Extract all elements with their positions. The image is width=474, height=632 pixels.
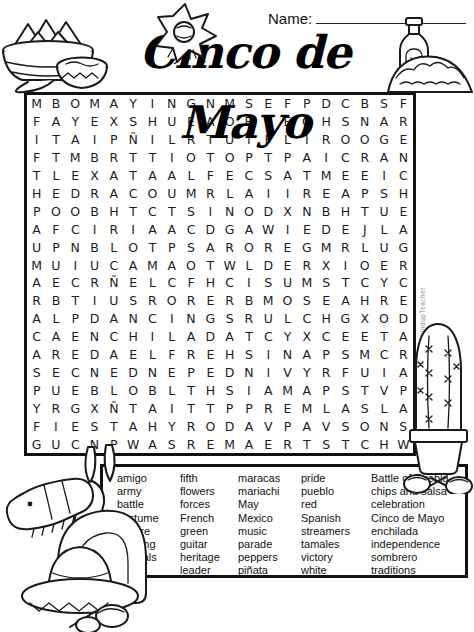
grid-cell[interactable]: E [355, 167, 374, 185]
grid-cell[interactable]: E [66, 167, 85, 185]
grid-cell[interactable]: N [143, 363, 162, 381]
grid-cell[interactable]: E [123, 346, 142, 364]
grid-cell[interactable]: T [374, 328, 393, 346]
grid-cell[interactable]: E [66, 381, 85, 399]
grid-cell[interactable]: P [316, 381, 335, 399]
grid-cell[interactable]: I [27, 131, 46, 149]
grid-cell[interactable]: O [162, 292, 181, 310]
grid-cell[interactable]: R [239, 310, 258, 328]
grid-cell[interactable]: Y [374, 274, 393, 292]
grid-cell[interactable]: E [374, 256, 393, 274]
grid-cell[interactable]: U [104, 292, 123, 310]
grid-cell[interactable]: P [316, 346, 335, 364]
grid-cell[interactable]: X [85, 399, 104, 417]
grid-cell[interactable]: C [27, 328, 46, 346]
grid-cell[interactable]: D [220, 417, 239, 435]
grid-cell[interactable]: A [27, 220, 46, 238]
grid-cell[interactable]: M [27, 256, 46, 274]
grid-cell[interactable]: I [278, 184, 297, 202]
grid-cell[interactable]: E [66, 328, 85, 346]
grid-cell[interactable]: P [220, 399, 239, 417]
grid-cell[interactable]: U [46, 381, 65, 399]
grid-cell[interactable]: M [316, 238, 335, 256]
grid-cell[interactable]: E [46, 274, 65, 292]
grid-cell[interactable]: E [104, 363, 123, 381]
grid-cell[interactable]: T [201, 256, 220, 274]
grid-cell[interactable]: B [239, 292, 258, 310]
grid-cell[interactable]: Ñ [104, 399, 123, 417]
grid-cell[interactable]: M [181, 184, 200, 202]
grid-cell[interactable]: C [355, 274, 374, 292]
grid-cell[interactable]: L [374, 399, 393, 417]
grid-cell[interactable]: A [336, 184, 355, 202]
grid-cell[interactable]: I [259, 184, 278, 202]
grid-cell[interactable]: I [239, 381, 258, 399]
grid-cell[interactable]: G [66, 399, 85, 417]
grid-cell[interactable]: V [259, 417, 278, 435]
grid-cell[interactable]: O [355, 417, 374, 435]
grid-cell[interactable]: C [143, 310, 162, 328]
grid-cell[interactable]: D [85, 346, 104, 364]
grid-cell[interactable]: E [162, 363, 181, 381]
grid-cell[interactable]: S [316, 274, 335, 292]
grid-cell[interactable]: I [374, 363, 393, 381]
grid-cell[interactable]: P [239, 399, 258, 417]
grid-cell[interactable]: R [85, 274, 104, 292]
grid-cell[interactable]: A [220, 328, 239, 346]
grid-cell[interactable]: A [104, 346, 123, 364]
grid-cell[interactable]: I [123, 220, 142, 238]
grid-cell[interactable]: A [259, 381, 278, 399]
grid-cell[interactable]: E [394, 202, 413, 220]
grid-cell[interactable]: I [259, 346, 278, 364]
grid-cell[interactable]: I [239, 274, 258, 292]
grid-cell[interactable]: S [316, 435, 335, 453]
grid-cell[interactable]: L [143, 274, 162, 292]
grid-cell[interactable]: A [297, 346, 316, 364]
grid-cell[interactable]: A [297, 381, 316, 399]
grid-cell[interactable]: T [27, 167, 46, 185]
grid-cell[interactable]: I [162, 399, 181, 417]
grid-cell[interactable]: H [374, 435, 393, 453]
grid-cell[interactable]: F [27, 417, 46, 435]
grid-cell[interactable]: A [123, 417, 142, 435]
grid-cell[interactable]: R [297, 256, 316, 274]
grid-cell[interactable]: S [355, 399, 374, 417]
grid-cell[interactable]: P [27, 381, 46, 399]
grid-cell[interactable]: L [316, 399, 335, 417]
grid-cell[interactable]: C [66, 220, 85, 238]
grid-cell[interactable]: G [336, 310, 355, 328]
grid-cell[interactable]: P [355, 184, 374, 202]
grid-cell[interactable]: R [336, 238, 355, 256]
grid-cell[interactable]: E [201, 346, 220, 364]
grid-cell[interactable]: M [297, 399, 316, 417]
grid-cell[interactable]: D [201, 328, 220, 346]
grid-cell[interactable]: O [66, 202, 85, 220]
grid-cell[interactable]: L [278, 310, 297, 328]
grid-cell[interactable]: F [336, 363, 355, 381]
grid-cell[interactable]: O [46, 202, 65, 220]
grid-cell[interactable]: X [297, 328, 316, 346]
grid-cell[interactable]: G [394, 238, 413, 256]
grid-cell[interactable]: T [46, 149, 65, 167]
grid-cell[interactable]: I [278, 220, 297, 238]
grid-cell[interactable]: T [104, 417, 123, 435]
grid-cell[interactable]: H [143, 417, 162, 435]
grid-cell[interactable]: S [181, 238, 200, 256]
grid-cell[interactable]: F [181, 274, 200, 292]
grid-cell[interactable]: T [162, 202, 181, 220]
grid-cell[interactable]: S [259, 167, 278, 185]
grid-cell[interactable]: B [143, 381, 162, 399]
grid-cell[interactable]: X [278, 202, 297, 220]
grid-cell[interactable]: M [220, 435, 239, 453]
grid-cell[interactable]: A [27, 310, 46, 328]
grid-cell[interactable]: R [220, 292, 239, 310]
grid-cell[interactable]: B [85, 381, 104, 399]
grid-cell[interactable]: R [27, 292, 46, 310]
grid-cell[interactable]: Y [66, 113, 85, 131]
grid-cell[interactable]: R [297, 184, 316, 202]
grid-cell[interactable]: D [316, 220, 335, 238]
grid-cell[interactable]: T [297, 435, 316, 453]
grid-cell[interactable]: H [201, 274, 220, 292]
grid-cell[interactable]: C [239, 167, 258, 185]
grid-cell[interactable]: R [181, 346, 200, 364]
grid-cell[interactable]: A [46, 113, 65, 131]
grid-cell[interactable]: H [394, 184, 413, 202]
grid-cell[interactable]: A [162, 256, 181, 274]
grid-cell[interactable]: H [104, 202, 123, 220]
grid-cell[interactable]: O [66, 95, 85, 113]
grid-cell[interactable]: A [143, 399, 162, 417]
grid-cell[interactable]: L [162, 328, 181, 346]
grid-cell[interactable]: E [297, 220, 316, 238]
grid-cell[interactable]: T [239, 328, 258, 346]
grid-cell[interactable]: B [85, 238, 104, 256]
grid-cell[interactable]: T [123, 167, 142, 185]
grid-cell[interactable]: T [355, 381, 374, 399]
grid-cell[interactable]: H [355, 292, 374, 310]
grid-cell[interactable]: B [85, 202, 104, 220]
grid-cell[interactable]: R [201, 184, 220, 202]
grid-cell[interactable]: U [85, 256, 104, 274]
grid-cell[interactable]: F [201, 167, 220, 185]
grid-cell[interactable]: T [181, 381, 200, 399]
grid-cell[interactable]: P [46, 238, 65, 256]
grid-cell[interactable]: M [259, 292, 278, 310]
grid-cell[interactable]: N [297, 202, 316, 220]
grid-cell[interactable]: P [27, 202, 46, 220]
grid-cell[interactable]: C [104, 256, 123, 274]
grid-cell[interactable]: T [201, 399, 220, 417]
grid-cell[interactable]: E [278, 256, 297, 274]
grid-cell[interactable]: V [316, 417, 335, 435]
grid-cell[interactable]: O [143, 184, 162, 202]
grid-cell[interactable]: P [278, 417, 297, 435]
grid-cell[interactable]: E [259, 435, 278, 453]
grid-cell[interactable]: R [278, 435, 297, 453]
grid-cell[interactable]: S [181, 202, 200, 220]
grid-cell[interactable]: I [336, 256, 355, 274]
grid-cell[interactable]: E [336, 328, 355, 346]
grid-cell[interactable]: N [374, 417, 393, 435]
grid-cell[interactable]: H [220, 346, 239, 364]
grid-cell[interactable]: E [201, 435, 220, 453]
grid-cell[interactable]: P [181, 363, 200, 381]
grid-cell[interactable]: E [46, 363, 65, 381]
grid-cell[interactable]: N [220, 202, 239, 220]
grid-cell[interactable]: A [46, 328, 65, 346]
grid-cell[interactable]: A [239, 184, 258, 202]
grid-cell[interactable]: R [316, 363, 335, 381]
grid-cell[interactable]: J [355, 220, 374, 238]
grid-cell[interactable]: T [66, 292, 85, 310]
grid-cell[interactable]: S [336, 417, 355, 435]
grid-cell[interactable]: P [66, 310, 85, 328]
grid-cell[interactable]: U [162, 184, 181, 202]
grid-cell[interactable]: X [355, 310, 374, 328]
grid-cell[interactable]: S [85, 417, 104, 435]
grid-cell[interactable]: L [374, 220, 393, 238]
grid-cell[interactable]: C [66, 363, 85, 381]
grid-cell[interactable]: Y [27, 399, 46, 417]
grid-cell[interactable]: S [259, 274, 278, 292]
grid-cell[interactable]: X [85, 167, 104, 185]
grid-cell[interactable]: L [143, 346, 162, 364]
grid-cell[interactable]: M [143, 256, 162, 274]
grid-cell[interactable]: T [297, 167, 316, 185]
grid-cell[interactable]: D [66, 184, 85, 202]
grid-cell[interactable]: A [143, 167, 162, 185]
grid-cell[interactable]: H [336, 202, 355, 220]
grid-cell[interactable]: A [239, 435, 258, 453]
grid-cell[interactable]: T [181, 399, 200, 417]
grid-cell[interactable]: L [239, 256, 258, 274]
grid-cell[interactable]: A [201, 238, 220, 256]
grid-cell[interactable]: I [143, 328, 162, 346]
grid-cell[interactable]: A [162, 167, 181, 185]
grid-cell[interactable]: L [181, 167, 200, 185]
grid-cell[interactable]: C [316, 328, 335, 346]
grid-cell[interactable]: R [181, 417, 200, 435]
grid-cell[interactable]: I [85, 220, 104, 238]
grid-cell[interactable]: G [201, 310, 220, 328]
grid-cell[interactable]: C [181, 220, 200, 238]
grid-cell[interactable]: E [394, 292, 413, 310]
grid-cell[interactable]: H [316, 310, 335, 328]
grid-cell[interactable]: N [278, 346, 297, 364]
grid-cell[interactable]: R [259, 238, 278, 256]
grid-cell[interactable]: T [355, 202, 374, 220]
grid-cell[interactable]: U [355, 363, 374, 381]
grid-cell[interactable]: C [374, 346, 393, 364]
grid-cell[interactable]: C [162, 274, 181, 292]
grid-cell[interactable]: C [394, 167, 413, 185]
grid-cell[interactable]: I [374, 167, 393, 185]
grid-cell[interactable]: T [336, 274, 355, 292]
grid-cell[interactable]: R [143, 292, 162, 310]
grid-cell[interactable]: O [355, 256, 374, 274]
grid-cell[interactable]: H [27, 184, 46, 202]
grid-cell[interactable]: S [336, 381, 355, 399]
grid-cell[interactable]: C [66, 274, 85, 292]
grid-cell[interactable]: T [46, 131, 65, 149]
grid-cell[interactable]: A [239, 220, 258, 238]
grid-cell[interactable]: N [85, 328, 104, 346]
grid-cell[interactable]: M [66, 149, 85, 167]
grid-cell[interactable]: I [85, 292, 104, 310]
grid-cell[interactable]: A [104, 167, 123, 185]
grid-cell[interactable]: H [123, 328, 142, 346]
grid-cell[interactable]: O [123, 238, 142, 256]
grid-cell[interactable]: B [46, 292, 65, 310]
grid-cell[interactable]: A [162, 220, 181, 238]
grid-cell[interactable]: E [46, 184, 65, 202]
grid-cell[interactable]: Y [162, 417, 181, 435]
grid-cell[interactable]: A [181, 328, 200, 346]
grid-cell[interactable]: A [394, 220, 413, 238]
grid-cell[interactable]: R [394, 256, 413, 274]
grid-cell[interactable]: I [66, 256, 85, 274]
grid-cell[interactable]: S [220, 381, 239, 399]
grid-cell[interactable]: M [316, 167, 335, 185]
grid-cell[interactable]: D [259, 256, 278, 274]
grid-cell[interactable]: A [143, 220, 162, 238]
grid-cell[interactable]: A [336, 399, 355, 417]
grid-cell[interactable]: R [259, 399, 278, 417]
grid-cell[interactable]: I [46, 417, 65, 435]
grid-cell[interactable]: A [104, 310, 123, 328]
grid-cell[interactable]: R [85, 184, 104, 202]
grid-cell[interactable]: L [220, 184, 239, 202]
grid-cell[interactable]: O [374, 310, 393, 328]
grid-cell[interactable]: L [104, 381, 123, 399]
grid-cell[interactable]: D [201, 220, 220, 238]
grid-cell[interactable]: U [278, 274, 297, 292]
grid-cell[interactable]: X [316, 256, 335, 274]
grid-cell[interactable]: L [355, 238, 374, 256]
grid-cell[interactable]: U [374, 202, 393, 220]
grid-cell[interactable]: L [46, 310, 65, 328]
grid-cell[interactable]: C [143, 202, 162, 220]
grid-cell[interactable]: S [27, 363, 46, 381]
grid-cell[interactable]: L [46, 167, 65, 185]
grid-cell[interactable]: R [181, 292, 200, 310]
grid-cell[interactable]: L [162, 381, 181, 399]
grid-cell[interactable]: U [46, 256, 65, 274]
grid-cell[interactable]: B [46, 95, 65, 113]
grid-cell[interactable]: S [297, 292, 316, 310]
grid-cell[interactable]: M [297, 274, 316, 292]
grid-cell[interactable]: C [220, 274, 239, 292]
grid-cell[interactable]: D [259, 202, 278, 220]
grid-cell[interactable]: U [374, 238, 393, 256]
grid-cell[interactable]: Y [278, 328, 297, 346]
grid-cell[interactable]: D [85, 310, 104, 328]
grid-cell[interactable]: E [66, 346, 85, 364]
grid-cell[interactable]: L [104, 238, 123, 256]
grid-cell[interactable]: A [297, 417, 316, 435]
grid-cell[interactable]: U [27, 238, 46, 256]
grid-cell[interactable]: S [220, 310, 239, 328]
grid-cell[interactable]: G [297, 238, 316, 256]
grid-cell[interactable]: A [66, 131, 85, 149]
grid-cell[interactable]: A [336, 292, 355, 310]
grid-cell[interactable]: E [355, 328, 374, 346]
grid-cell[interactable]: R [46, 399, 65, 417]
grid-cell[interactable]: G [220, 220, 239, 238]
grid-cell[interactable]: C [355, 435, 374, 453]
grid-cell[interactable]: A [27, 274, 46, 292]
grid-cell[interactable]: E [201, 363, 220, 381]
grid-cell[interactable]: F [46, 220, 65, 238]
grid-cell[interactable]: F [27, 149, 46, 167]
grid-cell[interactable]: O [239, 238, 258, 256]
grid-cell[interactable]: R [104, 220, 123, 238]
grid-cell[interactable]: N [123, 310, 142, 328]
grid-cell[interactable]: W [220, 256, 239, 274]
grid-cell[interactable]: A [104, 184, 123, 202]
grid-cell[interactable]: D [123, 363, 142, 381]
grid-cell[interactable]: O [201, 417, 220, 435]
grid-cell[interactable]: D [220, 363, 239, 381]
grid-cell[interactable]: S [162, 435, 181, 453]
grid-cell[interactable]: N [66, 238, 85, 256]
grid-cell[interactable]: V [278, 363, 297, 381]
grid-cell[interactable]: C [297, 310, 316, 328]
grid-cell[interactable]: O [239, 202, 258, 220]
grid-cell[interactable]: T [143, 238, 162, 256]
grid-cell[interactable]: O [123, 381, 142, 399]
grid-cell[interactable]: C [123, 184, 142, 202]
grid-cell[interactable]: N [181, 310, 200, 328]
grid-cell[interactable]: S [374, 184, 393, 202]
grid-cell[interactable]: N [239, 363, 258, 381]
grid-cell[interactable]: T [123, 399, 142, 417]
grid-cell[interactable]: C [394, 274, 413, 292]
grid-cell[interactable]: E [123, 274, 142, 292]
grid-cell[interactable]: A [27, 346, 46, 364]
grid-cell[interactable]: C [104, 328, 123, 346]
grid-cell[interactable]: I [162, 310, 181, 328]
grid-cell[interactable]: W [259, 220, 278, 238]
grid-cell[interactable]: F [27, 113, 46, 131]
grid-cell[interactable]: M [278, 381, 297, 399]
grid-cell[interactable]: B [316, 202, 335, 220]
grid-cell[interactable]: A [123, 256, 142, 274]
grid-cell[interactable]: E [201, 292, 220, 310]
grid-cell[interactable]: R [220, 238, 239, 256]
grid-cell[interactable]: O [181, 256, 200, 274]
grid-cell[interactable]: P [162, 238, 181, 256]
grid-cell[interactable]: O [278, 292, 297, 310]
grid-cell[interactable]: M [27, 95, 46, 113]
grid-cell[interactable]: E [278, 238, 297, 256]
grid-cell[interactable]: V [374, 381, 393, 399]
grid-cell[interactable]: T [336, 435, 355, 453]
grid-cell[interactable]: M [355, 346, 374, 364]
grid-cell[interactable]: S [336, 346, 355, 364]
grid-cell[interactable]: E [220, 167, 239, 185]
grid-cell[interactable]: S [123, 292, 142, 310]
grid-cell[interactable]: Y [297, 363, 316, 381]
grid-cell[interactable]: A [239, 417, 258, 435]
grid-cell[interactable]: T [123, 202, 142, 220]
grid-cell[interactable]: U [259, 310, 278, 328]
grid-cell[interactable]: E [336, 167, 355, 185]
